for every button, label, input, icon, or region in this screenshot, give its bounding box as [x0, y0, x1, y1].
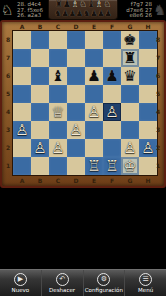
square-g7[interactable]: ♜ [121, 49, 139, 67]
rank-label-6: 6 [154, 67, 162, 85]
square-e1[interactable]: ♖ [85, 157, 103, 175]
board-frame: ABCDEFGH 87654321 ♚♜♝♟♟♛♕♙♙♙♙♙♙♙♙♖♖♔ 876… [0, 20, 166, 188]
square-d3[interactable]: ♙ [67, 121, 85, 139]
black-pawn-captured: ♟ [61, 10, 68, 18]
square-e5[interactable] [85, 85, 103, 103]
rank-label-7: 7 [4, 49, 12, 67]
white-pawn[interactable]: ♙ [33, 139, 46, 157]
file-label-e: E [85, 177, 103, 184]
square-a5[interactable] [13, 85, 31, 103]
white-pawn[interactable]: ♙ [51, 139, 64, 157]
rank-labels-right: 87654321 [154, 31, 162, 175]
menu-icon: ☰ [139, 273, 152, 286]
square-f4[interactable]: ♙ [103, 103, 121, 121]
black-pawn-captured: ♟ [69, 10, 76, 18]
square-b6[interactable] [31, 67, 49, 85]
white-knight-captured: ♘ [103, 0, 111, 9]
square-c4[interactable]: ♕ [49, 103, 67, 121]
black-pawn-captured: ♟ [76, 10, 83, 18]
square-a8[interactable] [13, 31, 31, 49]
square-d5[interactable] [67, 85, 85, 103]
rank-label-3: 3 [154, 121, 162, 139]
file-label-c: C [49, 23, 67, 30]
chess-board: ♚♜♝♟♟♛♕♙♙♙♙♙♙♙♙♖♖♔ [13, 31, 157, 175]
file-label-h: H [139, 23, 157, 30]
square-f7[interactable] [103, 49, 121, 67]
square-a3[interactable]: ♙ [13, 121, 31, 139]
black-pawn-captured: ♟ [97, 10, 104, 18]
black-rook-captured: ♜ [55, 0, 63, 9]
rank-label-2: 2 [154, 139, 162, 157]
white-rook[interactable]: ♖ [87, 157, 100, 175]
square-c7[interactable] [49, 49, 67, 67]
square-e6[interactable]: ♟ [85, 67, 103, 85]
square-b1[interactable] [31, 157, 49, 175]
white-king[interactable]: ♔ [123, 157, 136, 175]
move-entry: e8e6 26 [126, 13, 152, 19]
square-d7[interactable] [67, 49, 85, 67]
white-bishop-captured: ♗ [71, 0, 79, 9]
square-e2[interactable] [85, 139, 103, 157]
square-d4[interactable] [67, 103, 85, 121]
file-label-b: B [31, 23, 49, 30]
square-b5[interactable] [31, 85, 49, 103]
black-bishop[interactable]: ♝ [51, 67, 64, 85]
undo-icon: ↶ [56, 273, 69, 286]
square-d1[interactable] [67, 157, 85, 175]
white-pawn[interactable]: ♙ [15, 121, 28, 139]
move-entry: 26. a2a3 [17, 13, 43, 19]
menu-button-label: Menú [138, 287, 153, 293]
square-f6[interactable]: ♟ [103, 67, 121, 85]
settings-button[interactable]: ⚙Configuración [84, 270, 126, 296]
bottom-toolbar: ▶Nuevo↶Deshacer⚙Configuración☰Menú [0, 269, 166, 296]
black-pawn-captured: ♟ [105, 10, 112, 18]
file-label-g: G [121, 177, 139, 184]
play-icon: ▶ [14, 273, 27, 286]
file-label-e: E [85, 23, 103, 30]
white-pawn[interactable]: ♙ [87, 103, 100, 121]
square-e7[interactable] [85, 49, 103, 67]
square-c8[interactable] [49, 31, 67, 49]
rank-label-1: 1 [4, 157, 12, 175]
square-g2[interactable]: ♙ [121, 139, 139, 157]
black-rook[interactable]: ♜ [123, 49, 136, 67]
square-b7[interactable] [31, 49, 49, 67]
black-pawn[interactable]: ♟ [87, 67, 100, 85]
square-f2[interactable] [103, 139, 121, 157]
black-bishop-captured: ♝ [87, 0, 95, 9]
undo-button-label: Deshacer [49, 287, 75, 293]
black-knight-icon: ♞ [153, 1, 166, 19]
square-c3[interactable] [49, 121, 67, 139]
white-pawn[interactable]: ♙ [141, 139, 154, 157]
square-d2[interactable] [67, 139, 85, 157]
square-b8[interactable] [31, 31, 49, 49]
square-f3[interactable] [103, 121, 121, 139]
top-info-bar: ♘ 28. d4c427. f5xe626. a2a3 ♜♟♗♘♝♗♘ ♞♟♟♟… [0, 0, 166, 20]
captured-row-2: ♞♟♟♟♞♟♟♟ [49, 9, 117, 18]
square-f1[interactable]: ♖ [103, 157, 121, 175]
white-pawn[interactable]: ♙ [105, 103, 118, 121]
file-label-b: B [31, 177, 49, 184]
square-g3[interactable] [121, 121, 139, 139]
white-queen[interactable]: ♕ [51, 103, 64, 121]
move-list-white: 28. d4c427. f5xe626. a2a3 [17, 2, 43, 19]
square-c6[interactable]: ♝ [49, 67, 67, 85]
square-f5[interactable] [103, 85, 121, 103]
white-knight-icon: ♘ [1, 1, 14, 19]
square-c1[interactable] [49, 157, 67, 175]
settings-button-label: Configuración [85, 287, 123, 293]
file-label-h: H [139, 177, 157, 184]
white-bishop-captured: ♗ [95, 0, 103, 9]
black-queen[interactable]: ♛ [123, 67, 136, 85]
undo-button[interactable]: ↶Deshacer [42, 270, 84, 296]
rank-label-5: 5 [4, 85, 12, 103]
file-label-a: A [13, 177, 31, 184]
new-game-button[interactable]: ▶Nuevo [0, 270, 42, 296]
menu-button[interactable]: ☰Menú [125, 270, 166, 296]
square-a1[interactable] [13, 157, 31, 175]
square-a4[interactable] [13, 103, 31, 121]
square-g8[interactable]: ♚ [121, 31, 139, 49]
rank-label-6: 6 [4, 67, 12, 85]
file-label-d: D [67, 177, 85, 184]
square-e8[interactable] [85, 31, 103, 49]
rank-label-4: 4 [154, 103, 162, 121]
white-pawn[interactable]: ♙ [123, 139, 136, 157]
square-b2[interactable]: ♙ [31, 139, 49, 157]
new-game-button-label: Nuevo [12, 287, 30, 293]
square-f8[interactable] [103, 31, 121, 49]
square-b4[interactable] [31, 103, 49, 121]
square-a2[interactable] [13, 139, 31, 157]
file-labels-bottom: ABCDEFGH [13, 177, 157, 184]
square-g5[interactable] [121, 85, 139, 103]
move-list-black: f7g7 28d7xe6 27e8e6 26 [126, 2, 152, 19]
black-pawn-captured: ♟ [63, 0, 71, 9]
file-label-f: F [103, 177, 121, 184]
square-c2[interactable]: ♙ [49, 139, 67, 157]
rank-label-7: 7 [154, 49, 162, 67]
square-d8[interactable] [67, 31, 85, 49]
file-label-g: G [121, 23, 139, 30]
square-e3[interactable] [85, 121, 103, 139]
gear-icon: ⚙ [97, 273, 110, 286]
captured-row-1: ♜♟♗♘♝♗♘ [49, 0, 117, 9]
square-a6[interactable] [13, 67, 31, 85]
rank-label-5: 5 [154, 85, 162, 103]
file-label-f: F [103, 23, 121, 30]
square-g1[interactable]: ♔ [121, 157, 139, 175]
rank-label-8: 8 [154, 31, 162, 49]
white-pawn[interactable]: ♙ [69, 121, 82, 139]
rank-label-4: 4 [4, 103, 12, 121]
rank-label-8: 8 [4, 31, 12, 49]
rank-label-2: 2 [4, 139, 12, 157]
file-label-d: D [67, 23, 85, 30]
rank-labels-left: 87654321 [4, 31, 12, 175]
square-c5[interactable] [49, 85, 67, 103]
square-d6[interactable] [67, 67, 85, 85]
white-rook[interactable]: ♖ [105, 157, 118, 175]
black-pawn[interactable]: ♟ [105, 67, 118, 85]
file-labels-top: ABCDEFGH [13, 23, 157, 30]
square-e4[interactable]: ♙ [85, 103, 103, 121]
captured-pieces-tray: ♜♟♗♘♝♗♘ ♞♟♟♟♞♟♟♟ [48, 0, 118, 20]
square-a7[interactable] [13, 49, 31, 67]
file-label-c: C [49, 177, 67, 184]
rank-label-1: 1 [154, 157, 162, 175]
black-king[interactable]: ♚ [123, 31, 136, 49]
file-label-a: A [13, 23, 31, 30]
square-b3[interactable] [31, 121, 49, 139]
square-g4[interactable] [121, 103, 139, 121]
square-g6[interactable]: ♛ [121, 67, 139, 85]
white-knight-captured: ♘ [79, 0, 87, 9]
rank-label-3: 3 [4, 121, 12, 139]
